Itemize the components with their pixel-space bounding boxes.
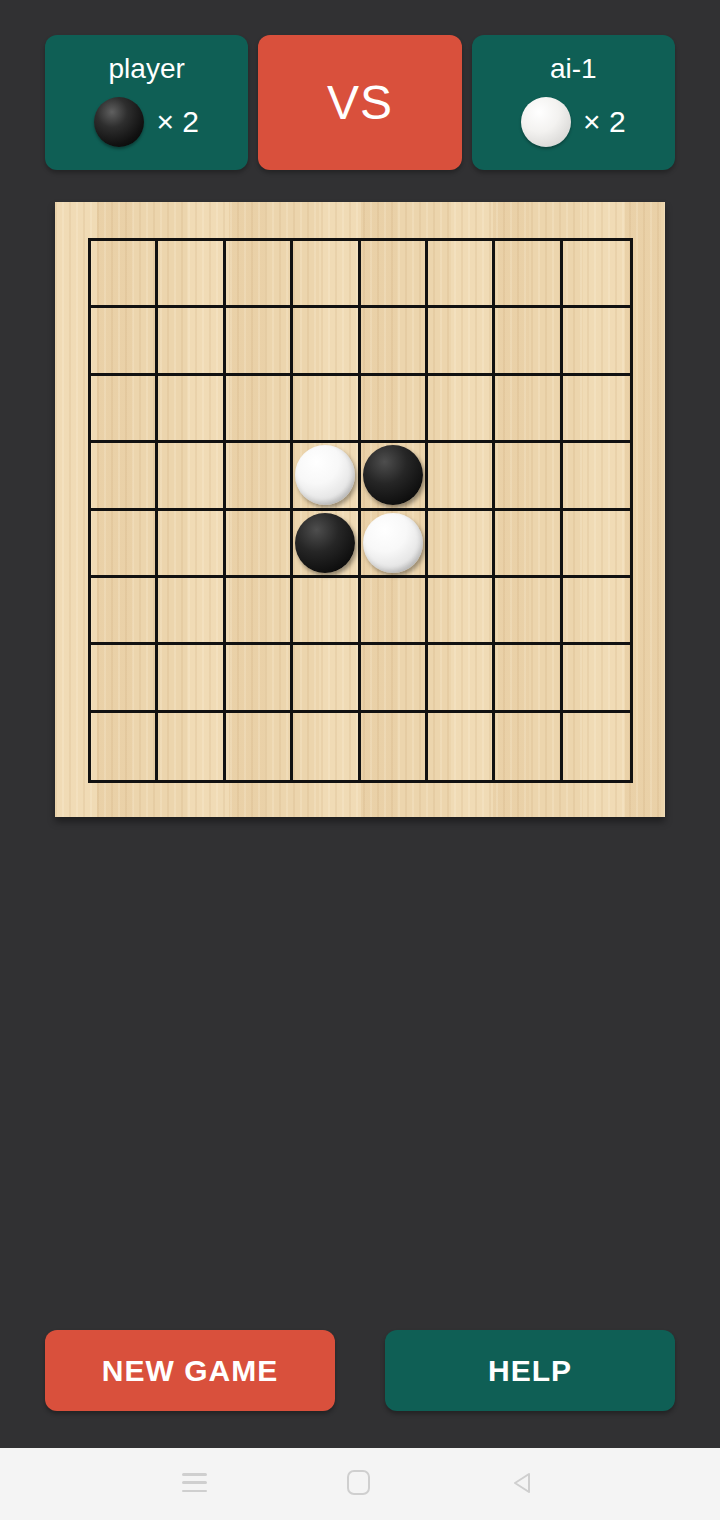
- vs-card: VS: [258, 35, 461, 170]
- board-cell-f2[interactable]: [428, 308, 495, 375]
- board-cell-e6[interactable]: [361, 578, 428, 645]
- opponent-count-row: ○ × 2: [521, 97, 626, 147]
- board-cell-g4[interactable]: [495, 443, 562, 510]
- board-cell-d1[interactable]: [293, 241, 360, 308]
- board-cell-e4[interactable]: ●: [361, 443, 428, 510]
- board-cell-b5[interactable]: [158, 511, 225, 578]
- board-cell-e2[interactable]: [361, 308, 428, 375]
- board-cell-d3[interactable]: [293, 376, 360, 443]
- menu-icon[interactable]: [182, 1473, 207, 1492]
- board-cell-d4[interactable]: ○: [293, 443, 360, 510]
- board-cell-g7[interactable]: [495, 645, 562, 712]
- vs-label: VS: [327, 75, 393, 130]
- white-disc: ○: [295, 445, 355, 505]
- board-cell-d2[interactable]: [293, 308, 360, 375]
- player-count-row: ● × 2: [94, 97, 199, 147]
- board-cell-f4[interactable]: [428, 443, 495, 510]
- board-cell-a2[interactable]: [91, 308, 158, 375]
- board-cell-c7[interactable]: [226, 645, 293, 712]
- scoreboard: player ● × 2 VS ai-1 ○ × 2: [45, 35, 675, 170]
- player-name: player: [109, 53, 185, 85]
- board-cell-c8[interactable]: [226, 713, 293, 780]
- board-cell-f1[interactable]: [428, 241, 495, 308]
- board-cell-e3[interactable]: [361, 376, 428, 443]
- white-disc: ○: [363, 513, 423, 573]
- black-disc: ●: [295, 513, 355, 573]
- board-cell-d8[interactable]: [293, 713, 360, 780]
- black-disc-icon: ●: [94, 97, 144, 147]
- help-button[interactable]: HELP: [385, 1330, 675, 1411]
- board-cell-b6[interactable]: [158, 578, 225, 645]
- board-cell-e1[interactable]: [361, 241, 428, 308]
- board-cell-f3[interactable]: [428, 376, 495, 443]
- board-cell-a4[interactable]: [91, 443, 158, 510]
- board-cell-b3[interactable]: [158, 376, 225, 443]
- board-cell-h7[interactable]: [563, 645, 630, 712]
- board-cell-h2[interactable]: [563, 308, 630, 375]
- player-score-card: player ● × 2: [45, 35, 248, 170]
- player-disc-count: × 2: [156, 105, 199, 139]
- board-cell-d5[interactable]: ●: [293, 511, 360, 578]
- board-cell-c5[interactable]: [226, 511, 293, 578]
- board-cell-g1[interactable]: [495, 241, 562, 308]
- board-cell-g3[interactable]: [495, 376, 562, 443]
- board-cell-h4[interactable]: [563, 443, 630, 510]
- board-cell-c3[interactable]: [226, 376, 293, 443]
- board-cell-a6[interactable]: [91, 578, 158, 645]
- board-cell-a5[interactable]: [91, 511, 158, 578]
- back-icon[interactable]: [510, 1471, 534, 1495]
- white-disc-icon: ○: [521, 97, 571, 147]
- board-cell-b1[interactable]: [158, 241, 225, 308]
- board-cell-c4[interactable]: [226, 443, 293, 510]
- board-cell-b2[interactable]: [158, 308, 225, 375]
- board-cell-b7[interactable]: [158, 645, 225, 712]
- othello-board: ○●●○: [55, 202, 665, 817]
- opponent-name: ai-1: [550, 53, 597, 85]
- board-cell-e8[interactable]: [361, 713, 428, 780]
- board-cell-h5[interactable]: [563, 511, 630, 578]
- board-cell-f7[interactable]: [428, 645, 495, 712]
- board-cell-g2[interactable]: [495, 308, 562, 375]
- board-cell-h8[interactable]: [563, 713, 630, 780]
- board-cell-a7[interactable]: [91, 645, 158, 712]
- board-cell-a3[interactable]: [91, 376, 158, 443]
- board-cell-b4[interactable]: [158, 443, 225, 510]
- app-screen: player ● × 2 VS ai-1 ○ × 2 ○●●○ NEW GAME…: [0, 0, 720, 1520]
- black-disc: ●: [363, 445, 423, 505]
- opponent-score-card: ai-1 ○ × 2: [472, 35, 675, 170]
- board-cell-c6[interactable]: [226, 578, 293, 645]
- board-cell-d6[interactable]: [293, 578, 360, 645]
- board-cell-h1[interactable]: [563, 241, 630, 308]
- board-cell-b8[interactable]: [158, 713, 225, 780]
- board-cell-h3[interactable]: [563, 376, 630, 443]
- board-cell-f5[interactable]: [428, 511, 495, 578]
- home-icon[interactable]: [347, 1470, 370, 1495]
- board-cell-e7[interactable]: [361, 645, 428, 712]
- board-cell-g6[interactable]: [495, 578, 562, 645]
- board-cell-c1[interactable]: [226, 241, 293, 308]
- board-cell-d7[interactable]: [293, 645, 360, 712]
- board-cell-f6[interactable]: [428, 578, 495, 645]
- new-game-button[interactable]: NEW GAME: [45, 1330, 335, 1411]
- board-cell-e5[interactable]: ○: [361, 511, 428, 578]
- board-grid: ○●●○: [88, 238, 633, 783]
- board-cell-h6[interactable]: [563, 578, 630, 645]
- board-cell-f8[interactable]: [428, 713, 495, 780]
- opponent-disc-count: × 2: [583, 105, 626, 139]
- board-cell-g8[interactable]: [495, 713, 562, 780]
- board-cell-a8[interactable]: [91, 713, 158, 780]
- board-cell-g5[interactable]: [495, 511, 562, 578]
- board-cell-c2[interactable]: [226, 308, 293, 375]
- board-cell-a1[interactable]: [91, 241, 158, 308]
